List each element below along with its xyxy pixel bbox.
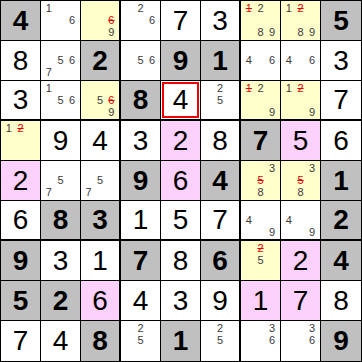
solved-digit: 4 <box>53 327 69 355</box>
candidate: 3 <box>266 322 278 335</box>
empty-candidate-slot <box>123 67 135 79</box>
empty-candidate-slot <box>106 187 117 199</box>
empty-candidate-slot <box>55 162 67 174</box>
cell-r0c8[interactable]: 5 <box>321 1 361 41</box>
solved-digit: 3 <box>13 86 29 114</box>
empty-candidate-slot <box>94 27 105 39</box>
cell-r6c1[interactable]: 3 <box>41 241 81 281</box>
empty-candidate-slot <box>266 202 278 214</box>
empty-candidate-slot <box>266 214 278 226</box>
cell-r7c4[interactable]: 3 <box>161 281 201 321</box>
solved-digit: 6 <box>333 127 349 155</box>
solved-digit: 2 <box>173 127 189 155</box>
empty-candidate-slot <box>255 106 267 118</box>
empty-candidate-slot <box>214 106 225 118</box>
cell-r5c2[interactable]: 3 <box>81 201 121 241</box>
candidate: 9 <box>306 226 318 238</box>
empty-candidate-slot <box>43 162 55 174</box>
candidate: 9 <box>306 106 318 118</box>
empty-candidate-slot <box>306 347 318 360</box>
empty-candidate-slot <box>306 94 318 106</box>
cell-r2c1[interactable]: 156 <box>41 81 81 121</box>
cell-r4c6[interactable]: 358 <box>241 161 281 201</box>
solved-digit: 6 <box>173 167 189 195</box>
empty-candidate-slot <box>266 67 278 79</box>
candidate: 5 <box>214 94 225 106</box>
solved-digit: 2 <box>13 167 29 195</box>
cell-r2c8[interactable]: 7 <box>321 81 361 121</box>
given-digit: 7 <box>253 127 269 155</box>
empty-candidate-slot <box>283 42 295 54</box>
pencil-marks: 129 <box>241 81 280 119</box>
empty-candidate-slot <box>306 2 318 14</box>
pencil-marks: 57 <box>81 161 119 200</box>
solved-digit: 3 <box>53 247 69 275</box>
cell-r0c1[interactable]: 16 <box>41 1 81 41</box>
candidate: 6 <box>306 54 318 66</box>
candidate: 7 <box>43 67 55 79</box>
cell-r8c0[interactable]: 7 <box>1 321 41 361</box>
empty-candidate-slot <box>283 27 295 39</box>
cell-r8c8[interactable]: 9 <box>321 321 361 361</box>
candidate: 4 <box>283 214 295 226</box>
cell-r5c3[interactable]: 1 <box>121 201 161 241</box>
empty-candidate-slot <box>295 162 307 174</box>
cell-r7c5[interactable]: 9 <box>201 281 241 321</box>
cell-r6c2[interactable]: 1 <box>81 241 121 281</box>
empty-candidate-slot <box>266 42 278 54</box>
candidate: 6 <box>266 54 278 66</box>
pencil-marks: 25 <box>201 81 239 119</box>
solved-digit: 3 <box>212 7 228 35</box>
candidate: 6 <box>66 14 78 26</box>
empty-candidate-slot <box>55 2 67 14</box>
cell-r3c3[interactable]: 3 <box>121 121 161 161</box>
solved-digit: 1 <box>253 287 269 315</box>
cell-r0c7[interactable]: 1289 <box>281 1 321 41</box>
candidate: 9 <box>266 106 278 118</box>
cell-r7c2[interactable]: 6 <box>81 281 121 321</box>
pencil-marks: 1289 <box>241 1 280 40</box>
cell-r2c0[interactable]: 3 <box>1 81 41 121</box>
cell-r4c3[interactable]: 9 <box>121 161 161 201</box>
empty-candidate-slot <box>94 14 105 26</box>
empty-candidate-slot <box>266 94 278 106</box>
cell-r0c6[interactable]: 1289 <box>241 1 281 41</box>
cell-r1c6[interactable]: 46 <box>241 41 281 81</box>
given-digit: 2 <box>53 287 69 315</box>
empty-candidate-slot <box>306 214 318 226</box>
solved-digit: 3 <box>133 127 149 155</box>
empty-candidate-slot <box>83 14 94 26</box>
cell-r7c1[interactable]: 2 <box>41 281 81 321</box>
empty-candidate-slot <box>43 94 55 106</box>
empty-candidate-slot <box>226 347 237 360</box>
empty-candidate-slot <box>55 27 67 39</box>
empty-candidate-slot <box>295 67 307 79</box>
cell-r1c1[interactable]: 567 <box>41 41 81 81</box>
candidate: 5 <box>214 335 225 348</box>
given-digit: 4 <box>333 247 349 275</box>
cell-r5c8[interactable]: 2 <box>321 201 361 241</box>
empty-candidate-slot <box>55 187 67 199</box>
cell-r8c5[interactable]: 25 <box>201 321 241 361</box>
empty-candidate-slot <box>266 242 278 254</box>
cell-r2c4[interactable]: 4 <box>161 81 201 121</box>
pencil-marks: 25 <box>201 321 239 361</box>
empty-candidate-slot <box>255 14 267 26</box>
empty-candidate-slot <box>266 2 278 14</box>
cell-r4c7[interactable]: 358 <box>281 161 321 201</box>
empty-candidate-slot <box>243 14 255 26</box>
empty-candidate-slot <box>15 147 27 159</box>
empty-candidate-slot <box>295 14 307 26</box>
cell-r3c6[interactable]: 7 <box>241 121 281 161</box>
empty-candidate-slot <box>283 335 295 348</box>
pencil-marks: 569 <box>81 81 119 119</box>
cell-r1c5[interactable]: 1 <box>201 41 241 81</box>
solved-digit: 1 <box>133 206 149 234</box>
empty-candidate-slot <box>66 2 78 14</box>
cell-r8c2[interactable]: 8 <box>81 321 121 361</box>
cell-r1c2[interactable]: 2 <box>81 41 121 81</box>
empty-candidate-slot <box>226 335 237 348</box>
cell-r3c4[interactable]: 2 <box>161 121 201 161</box>
cell-r8c4[interactable]: 1 <box>161 321 201 361</box>
empty-candidate-slot <box>255 347 267 360</box>
empty-candidate-slot <box>94 2 105 14</box>
solved-digit: 5 <box>293 127 309 155</box>
empty-candidate-slot <box>306 14 318 26</box>
cell-r0c4[interactable]: 7 <box>161 1 201 41</box>
cell-r2c5[interactable]: 25 <box>201 81 241 121</box>
candidate: 9 <box>266 27 278 39</box>
given-digit: 7 <box>133 247 149 275</box>
solved-digit: 6 <box>92 287 108 315</box>
empty-candidate-slot <box>203 335 214 348</box>
empty-candidate-slot <box>123 347 135 360</box>
empty-candidate-slot <box>146 322 158 335</box>
candidate: 6 <box>66 54 78 66</box>
empty-candidate-slot <box>135 14 147 26</box>
candidate: 6 <box>66 94 78 106</box>
empty-candidate-slot <box>66 174 78 186</box>
cell-r8c6[interactable]: 36 <box>241 321 281 361</box>
candidate: 8 <box>255 27 267 39</box>
empty-candidate-slot <box>226 106 237 118</box>
empty-candidate-slot <box>266 187 278 199</box>
cell-r6c6[interactable]: 25 <box>241 241 281 281</box>
given-digit: 5 <box>13 287 29 315</box>
cell-r7c0[interactable]: 5 <box>1 281 41 321</box>
empty-candidate-slot <box>306 82 318 94</box>
pencil-marks: 358 <box>281 161 320 200</box>
candidate: 9 <box>306 27 318 39</box>
empty-candidate-slot <box>283 187 295 199</box>
empty-candidate-slot <box>255 322 267 335</box>
given-digit: 3 <box>92 206 108 234</box>
empty-candidate-slot <box>83 174 94 186</box>
empty-candidate-slot <box>146 335 158 348</box>
empty-candidate-slot <box>106 82 117 94</box>
pencil-marks: 129 <box>281 81 320 119</box>
solved-digit: 8 <box>333 287 349 315</box>
solved-digit: 7 <box>333 86 349 114</box>
empty-candidate-slot <box>295 214 307 226</box>
struck-candidate: 1 <box>243 82 255 94</box>
candidate: 1 <box>3 122 15 134</box>
empty-candidate-slot <box>283 94 295 106</box>
solved-digit: 4 <box>92 127 108 155</box>
empty-candidate-slot <box>123 42 135 54</box>
empty-candidate-slot <box>255 226 267 238</box>
sudoku-board: 4166926731289128958567256914646331565698… <box>0 0 362 362</box>
empty-candidate-slot <box>55 67 67 79</box>
cell-r6c5[interactable]: 6 <box>201 241 241 281</box>
pencil-marks: 25 <box>121 321 160 361</box>
empty-candidate-slot <box>255 335 267 348</box>
cell-r3c5[interactable]: 8 <box>201 121 241 161</box>
cell-r0c3[interactable]: 26 <box>121 1 161 41</box>
cell-r5c4[interactable]: 5 <box>161 201 201 241</box>
empty-candidate-slot <box>83 162 94 174</box>
candidate: 6 <box>146 14 158 26</box>
empty-candidate-slot <box>243 322 255 335</box>
cell-r3c1[interactable]: 9 <box>41 121 81 161</box>
cell-r3c7[interactable]: 5 <box>281 121 321 161</box>
empty-candidate-slot <box>83 27 94 39</box>
empty-candidate-slot <box>146 27 158 39</box>
solved-digit: 2 <box>293 247 309 275</box>
candidate: 3 <box>266 162 278 174</box>
candidate: 2 <box>255 82 267 94</box>
cell-r7c3[interactable]: 4 <box>121 281 161 321</box>
candidate: 8 <box>295 187 307 199</box>
candidate: 1 <box>43 82 55 94</box>
cell-r6c4[interactable]: 8 <box>161 241 201 281</box>
candidate: 4 <box>243 214 255 226</box>
cell-r1c8[interactable]: 3 <box>321 41 361 81</box>
cell-r0c0[interactable]: 4 <box>1 1 41 41</box>
pencil-marks: 49 <box>241 201 280 239</box>
cell-r4c0[interactable]: 2 <box>1 161 41 201</box>
empty-candidate-slot <box>203 347 214 360</box>
solved-digit: 9 <box>53 127 69 155</box>
solved-digit: 8 <box>13 47 29 75</box>
empty-candidate-slot <box>243 67 255 79</box>
cell-r0c2[interactable]: 69 <box>81 1 121 41</box>
empty-candidate-slot <box>135 347 147 360</box>
empty-candidate-slot <box>123 14 135 26</box>
pencil-marks: 567 <box>41 41 80 80</box>
given-digit: 8 <box>92 327 108 355</box>
given-digit: 8 <box>133 86 149 114</box>
cell-r4c8[interactable]: 1 <box>321 161 361 201</box>
cell-r1c7[interactable]: 46 <box>281 41 321 81</box>
struck-candidate: 2 <box>255 242 267 254</box>
pencil-marks: 26 <box>121 1 160 40</box>
cell-r2c2[interactable]: 569 <box>81 81 121 121</box>
struck-candidate: 2 <box>295 2 307 14</box>
empty-candidate-slot <box>295 42 307 54</box>
empty-candidate-slot <box>15 134 27 146</box>
given-digit: 6 <box>212 247 228 275</box>
cell-r0c5[interactable]: 3 <box>201 1 241 41</box>
empty-candidate-slot <box>243 162 255 174</box>
empty-candidate-slot <box>66 82 78 94</box>
given-digit: 1 <box>333 167 349 195</box>
empty-candidate-slot <box>94 162 105 174</box>
empty-candidate-slot <box>255 42 267 54</box>
empty-candidate-slot <box>283 67 295 79</box>
struck-candidate: 6 <box>106 94 117 106</box>
empty-candidate-slot <box>306 174 318 186</box>
candidate: 9 <box>266 226 278 238</box>
candidate: 5 <box>55 94 67 106</box>
cell-r5c6[interactable]: 49 <box>241 201 281 241</box>
empty-candidate-slot <box>94 187 105 199</box>
pencil-marks: 12 <box>1 121 40 160</box>
struck-candidate: 6 <box>106 14 117 26</box>
pencil-marks: 56 <box>121 41 160 80</box>
empty-candidate-slot <box>283 347 295 360</box>
cell-r6c0[interactable]: 9 <box>1 241 41 281</box>
given-digit: 4 <box>13 7 29 35</box>
empty-candidate-slot <box>255 202 267 214</box>
candidate: 9 <box>106 106 117 118</box>
empty-candidate-slot <box>255 94 267 106</box>
solved-digit: 4 <box>173 86 189 114</box>
empty-candidate-slot <box>83 2 94 14</box>
empty-candidate-slot <box>243 226 255 238</box>
empty-candidate-slot <box>226 322 237 335</box>
cell-r6c7[interactable]: 2 <box>281 241 321 281</box>
pencil-marks: 69 <box>81 1 119 40</box>
empty-candidate-slot <box>266 14 278 26</box>
pencil-marks: 25 <box>241 241 280 280</box>
cell-r2c6[interactable]: 129 <box>241 81 281 121</box>
empty-candidate-slot <box>123 2 135 14</box>
empty-candidate-slot <box>146 67 158 79</box>
cell-r1c3[interactable]: 56 <box>121 41 161 81</box>
empty-candidate-slot <box>135 67 147 79</box>
empty-candidate-slot <box>123 335 135 348</box>
candidate: 4 <box>283 54 295 66</box>
candidate: 6 <box>146 54 158 66</box>
empty-candidate-slot <box>295 226 307 238</box>
empty-candidate-slot <box>3 147 15 159</box>
cell-r4c5[interactable]: 4 <box>201 161 241 201</box>
cell-r3c8[interactable]: 6 <box>321 121 361 161</box>
empty-candidate-slot <box>43 174 55 186</box>
given-digit: 9 <box>333 327 349 355</box>
candidate: 3 <box>306 322 318 335</box>
solved-digit: 7 <box>173 7 189 35</box>
empty-candidate-slot <box>66 106 78 118</box>
empty-candidate-slot <box>43 54 55 66</box>
candidate: 5 <box>55 174 67 186</box>
empty-candidate-slot <box>295 94 307 106</box>
cell-r2c3[interactable]: 8 <box>121 81 161 121</box>
given-digit: 9 <box>13 247 29 275</box>
candidate: 4 <box>243 54 255 66</box>
cell-r5c7[interactable]: 49 <box>281 201 321 241</box>
cell-r7c6[interactable]: 1 <box>241 281 281 321</box>
empty-candidate-slot <box>283 322 295 335</box>
pencil-marks: 46 <box>241 41 280 80</box>
solved-digit: 6 <box>13 206 29 234</box>
struck-candidate: 2 <box>295 82 307 94</box>
cell-r6c3[interactable]: 7 <box>121 241 161 281</box>
cell-r3c0[interactable]: 12 <box>1 121 41 161</box>
empty-candidate-slot <box>295 335 307 348</box>
candidate: 2 <box>135 2 147 14</box>
empty-candidate-slot <box>203 82 214 94</box>
pencil-marks: 36 <box>281 321 320 361</box>
cell-r8c3[interactable]: 25 <box>121 321 161 361</box>
empty-candidate-slot <box>266 347 278 360</box>
cell-r5c5[interactable]: 7 <box>201 201 241 241</box>
cell-r1c0[interactable]: 8 <box>1 41 41 81</box>
struck-candidate: 5 <box>295 174 307 186</box>
candidate: 8 <box>295 27 307 39</box>
empty-candidate-slot <box>306 187 318 199</box>
solved-digit: 8 <box>173 247 189 275</box>
empty-candidate-slot <box>43 14 55 26</box>
given-digit: 5 <box>333 7 349 35</box>
candidate: 7 <box>43 187 55 199</box>
cell-r3c2[interactable]: 4 <box>81 121 121 161</box>
pencil-marks: 156 <box>41 81 80 119</box>
cell-r4c2[interactable]: 57 <box>81 161 121 201</box>
cell-r4c1[interactable]: 57 <box>41 161 81 201</box>
cell-r5c1[interactable]: 8 <box>41 201 81 241</box>
empty-candidate-slot <box>66 162 78 174</box>
empty-candidate-slot <box>203 322 214 335</box>
candidate: 5 <box>94 94 105 106</box>
cell-r8c7[interactable]: 36 <box>281 321 321 361</box>
cell-r1c4[interactable]: 9 <box>161 41 201 81</box>
cell-r8c1[interactable]: 4 <box>41 321 81 361</box>
struck-candidate: 2 <box>15 122 27 134</box>
empty-candidate-slot <box>66 27 78 39</box>
empty-candidate-slot <box>83 82 94 94</box>
empty-candidate-slot <box>203 94 214 106</box>
empty-candidate-slot <box>3 134 15 146</box>
empty-candidate-slot <box>214 347 225 360</box>
solved-digit: 3 <box>333 47 349 75</box>
empty-candidate-slot <box>226 82 237 94</box>
empty-candidate-slot <box>135 27 147 39</box>
empty-candidate-slot <box>226 94 237 106</box>
cell-r7c8[interactable]: 8 <box>321 281 361 321</box>
empty-candidate-slot <box>283 226 295 238</box>
empty-candidate-slot <box>295 54 307 66</box>
cell-r6c8[interactable]: 4 <box>321 241 361 281</box>
cell-r7c7[interactable]: 7 <box>281 281 321 321</box>
empty-candidate-slot <box>255 214 267 226</box>
empty-candidate-slot <box>106 2 117 14</box>
cell-r4c4[interactable]: 6 <box>161 161 201 201</box>
empty-candidate-slot <box>26 122 38 134</box>
empty-candidate-slot <box>43 27 55 39</box>
cell-r2c7[interactable]: 129 <box>281 81 321 121</box>
empty-candidate-slot <box>283 202 295 214</box>
pencil-marks: 36 <box>241 321 280 361</box>
empty-candidate-slot <box>306 42 318 54</box>
cell-r5c0[interactable]: 6 <box>1 201 41 241</box>
pencil-marks: 358 <box>241 161 280 200</box>
